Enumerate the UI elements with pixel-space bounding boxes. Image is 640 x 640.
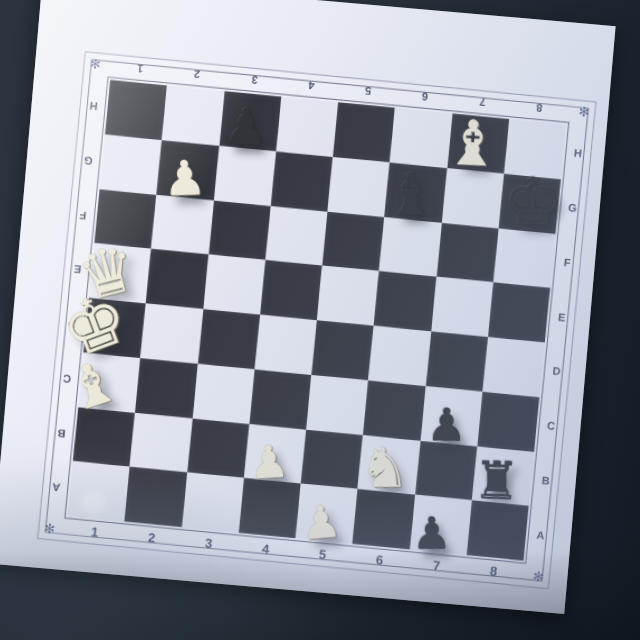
corner-ornament-icon: ✻ (44, 521, 56, 537)
coordinate-label: C (537, 397, 565, 454)
square-d4[interactable] (255, 315, 317, 375)
square-e2[interactable] (146, 249, 208, 309)
corner-ornament-icon: ✻ (89, 56, 101, 72)
coordinate-label: H (80, 78, 107, 135)
square-g2[interactable]: ♟ (157, 140, 219, 200)
corner-ornament-icon: ✻ (578, 104, 590, 120)
square-c2[interactable] (135, 358, 197, 418)
square-e7[interactable] (431, 277, 493, 337)
square-f7[interactable] (436, 222, 498, 282)
square-b4[interactable]: ♟ (244, 424, 306, 484)
square-c5[interactable] (306, 375, 368, 435)
coordinate-label: B (48, 404, 75, 461)
square-g5[interactable] (328, 157, 390, 217)
board-photo: 12345678 12345678 ABCDEFGH ABCDEFGH ✻ ✻ … (0, 0, 616, 614)
black-pawn[interactable]: ♟ (412, 511, 452, 555)
square-d2[interactable] (141, 303, 203, 363)
square-g6[interactable]: ♝ (385, 162, 447, 222)
square-h2[interactable] (162, 86, 224, 146)
corner-ornament-icon: ✻ (532, 569, 544, 585)
coordinate-label: B (532, 452, 560, 509)
square-a2[interactable] (125, 467, 187, 527)
coordinate-label: 5 (339, 78, 398, 104)
square-f4[interactable] (265, 206, 327, 266)
white-pawn[interactable]: ♟ (299, 498, 343, 546)
square-d3[interactable] (198, 309, 260, 369)
coordinate-label: G (75, 132, 102, 189)
square-h4[interactable] (276, 97, 338, 157)
coordinate-label: 3 (225, 67, 284, 93)
square-h3[interactable]: ♟ (219, 91, 281, 151)
square-h6[interactable] (390, 108, 452, 168)
square-e8[interactable] (488, 283, 550, 343)
square-h5[interactable] (333, 102, 395, 162)
square-g1[interactable] (100, 134, 162, 194)
black-pawn[interactable]: ♟ (223, 102, 269, 153)
square-a3[interactable] (182, 473, 244, 533)
square-g8[interactable]: ♚ (498, 174, 560, 234)
square-c1[interactable]: ♝ (78, 352, 140, 412)
coordinate-label: 4 (282, 73, 341, 99)
coordinate-label: E (548, 288, 576, 345)
square-b8[interactable]: ♜ (472, 446, 534, 506)
white-bishop[interactable]: ♝ (444, 111, 502, 175)
square-b5[interactable] (301, 429, 363, 489)
square-e5[interactable] (317, 266, 379, 326)
square-d7[interactable] (425, 331, 487, 391)
square-e6[interactable] (374, 271, 436, 331)
coordinate-label: A (43, 459, 70, 516)
coordinate-label: A (526, 506, 554, 563)
square-h7[interactable]: ♝ (447, 113, 509, 173)
square-b6[interactable]: ♞ (358, 435, 420, 495)
black-king[interactable]: ♚ (504, 169, 564, 236)
board-squares: ♟♝♟♝♚♛♚♝♟♟♞♜♟♟ (68, 80, 567, 561)
white-pawn[interactable]: ♟ (162, 152, 207, 202)
coordinate-label: F (553, 234, 581, 291)
square-f3[interactable] (208, 200, 270, 260)
black-rook[interactable]: ♜ (473, 454, 521, 507)
square-e4[interactable] (260, 260, 322, 320)
coordinate-label: H (564, 125, 592, 182)
white-knight[interactable]: ♞ (359, 440, 410, 496)
square-b2[interactable] (130, 412, 192, 472)
coordinate-label: 2 (168, 62, 227, 88)
square-g4[interactable] (271, 151, 333, 211)
coordinate-label: 1 (111, 56, 170, 82)
white-pawn[interactable]: ♟ (248, 439, 291, 486)
square-b3[interactable] (187, 418, 249, 478)
coordinate-label: 1 (65, 518, 124, 545)
coordinate-label: 8 (464, 557, 523, 584)
coordinate-label: D (542, 343, 570, 400)
square-c4[interactable] (249, 369, 311, 429)
coordinate-label: F (69, 186, 96, 243)
square-f5[interactable] (322, 211, 384, 271)
black-pawn[interactable]: ♟ (427, 402, 468, 447)
square-d8[interactable] (482, 337, 544, 397)
square-c6[interactable] (363, 380, 425, 440)
square-e3[interactable] (203, 255, 265, 315)
square-d6[interactable] (368, 326, 430, 386)
square-h1[interactable] (105, 80, 167, 140)
black-bishop[interactable]: ♝ (385, 165, 437, 223)
square-a7[interactable]: ♟ (409, 495, 471, 555)
coordinate-label: 2 (122, 523, 181, 550)
screenshot-background: { "scene": { "description": "Overhead ph… (0, 0, 640, 640)
square-d5[interactable] (312, 320, 374, 380)
square-a5[interactable]: ♟ (295, 484, 357, 544)
coordinate-label: 6 (350, 546, 409, 573)
square-c8[interactable] (477, 392, 539, 452)
coordinate-label: 4 (236, 535, 295, 562)
coordinate-label: 8 (509, 95, 568, 121)
square-c7[interactable]: ♟ (420, 386, 482, 446)
square-c3[interactable] (192, 364, 254, 424)
chess-board[interactable]: 12345678 12345678 ABCDEFGH ABCDEFGH ✻ ✻ … (37, 51, 596, 589)
coordinate-label: 3 (179, 529, 238, 556)
